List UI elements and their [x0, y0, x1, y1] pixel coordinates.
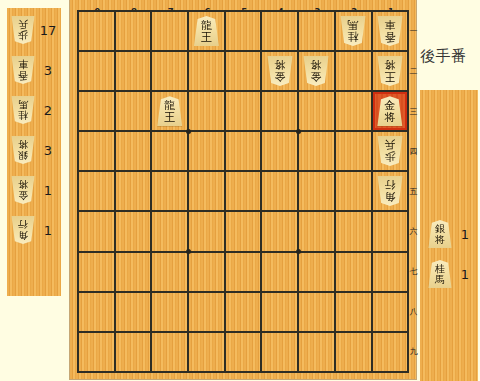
board-cell-1-4[interactable]: 歩兵 [373, 132, 408, 170]
piece-kanji: 将 [435, 235, 445, 246]
hand-count: 1 [452, 267, 478, 282]
board-cell-3-8[interactable] [299, 293, 334, 331]
piece-kanji: 角 [384, 191, 395, 203]
gote-hand-pawn: 歩兵17 [7, 10, 61, 50]
file-labels: 987654321 [79, 0, 409, 10]
piece-kanji: 馬 [18, 99, 28, 110]
board-cell-9-4[interactable] [79, 132, 114, 170]
piece-kanji: 将 [18, 179, 28, 190]
board-cell-4-2[interactable]: 金将 [262, 52, 297, 90]
board-cell-5-2[interactable] [226, 52, 261, 90]
piece-kanji: 桂 [348, 31, 359, 43]
board-cell-7-7[interactable] [152, 253, 187, 291]
rank-label: 六 [410, 213, 417, 251]
sente-hand-silver: 銀将1 [420, 214, 478, 254]
shogi-piece-gote-pawn[interactable]: 歩兵 [11, 16, 35, 44]
rank-label: 八 [410, 293, 417, 331]
shogi-piece-gote-lance[interactable]: 香車 [11, 56, 35, 84]
piece-kanji: 王 [164, 112, 175, 124]
board-cell-8-2[interactable] [116, 52, 151, 90]
board-cell-6-8[interactable] [189, 293, 224, 331]
piece-kanji: 歩 [384, 151, 395, 163]
board-cell-4-4[interactable] [262, 132, 297, 170]
piece-kanji: 龍 [201, 20, 212, 32]
board-cell-3-5[interactable] [299, 172, 334, 210]
board-cell-2-1[interactable]: 桂馬 [336, 12, 371, 50]
board-cell-2-2[interactable] [336, 52, 371, 90]
shogi-piece-gote-lance[interactable]: 香車 [377, 16, 403, 46]
rank-label: 一 [410, 12, 417, 50]
piece-kanji: 馬 [435, 275, 445, 286]
board-cell-1-9[interactable] [373, 333, 408, 371]
board-cell-7-3[interactable]: 龍王 [152, 92, 187, 130]
board-cell-7-6[interactable] [152, 212, 187, 250]
rank-label: 五 [410, 172, 417, 210]
board-cell-9-6[interactable] [79, 212, 114, 250]
board-cell-4-7[interactable] [262, 253, 297, 291]
shogi-piece-gote-gold[interactable]: 金将 [267, 56, 293, 86]
board-cell-2-5[interactable] [336, 172, 371, 210]
piece-kanji: 銀 [435, 224, 445, 235]
board-cell-4-1[interactable] [262, 12, 297, 50]
board-cell-6-9[interactable] [189, 333, 224, 371]
gote-hand-knight: 桂馬2 [7, 90, 61, 130]
board-cell-8-6[interactable] [116, 212, 151, 250]
board-cell-3-7[interactable] [299, 253, 334, 291]
piece-kanji: 馬 [348, 19, 359, 31]
rank-label: 二 [410, 52, 417, 90]
board-cell-6-4[interactable] [189, 132, 224, 170]
hoshi-dot [296, 129, 301, 134]
board-cell-5-8[interactable] [226, 293, 261, 331]
board-cell-3-6[interactable] [299, 212, 334, 250]
board-cell-5-6[interactable] [226, 212, 261, 250]
shogi-piece-sente-promoted-rook[interactable]: 龍王 [157, 96, 183, 126]
board-cell-9-1[interactable] [79, 12, 114, 50]
piece-kanji: 角 [18, 230, 28, 241]
gote-captured-tray: 歩兵17香車3桂馬2銀将3金将1角行1 [7, 8, 61, 296]
piece-kanji: 車 [384, 19, 395, 31]
board-cell-9-2[interactable] [79, 52, 114, 90]
board-cell-2-3[interactable] [336, 92, 371, 130]
board-cell-9-7[interactable] [79, 253, 114, 291]
board-cell-5-1[interactable] [226, 12, 261, 50]
shogi-piece-gote-king[interactable]: 王将 [377, 56, 403, 86]
piece-kanji: 桂 [435, 264, 445, 275]
shogi-piece-sente-silver[interactable]: 銀将 [428, 220, 452, 248]
board-cell-9-5[interactable] [79, 172, 114, 210]
gote-hand-gold: 金将1 [7, 170, 61, 210]
shogi-piece-gote-pawn[interactable]: 歩兵 [377, 136, 403, 166]
piece-kanji: 金 [18, 190, 28, 201]
board-cell-7-2[interactable] [152, 52, 187, 90]
shogi-piece-gote-gold[interactable]: 金将 [303, 56, 329, 86]
board-cell-1-2[interactable]: 王将 [373, 52, 408, 90]
board-cell-1-7[interactable] [373, 253, 408, 291]
shogi-board-frame: 987654321 龍王桂馬香車金将金将王将龍王金将歩兵角行 一二三四五六七八九 [70, 0, 416, 379]
sente-hand-knight: 桂馬1 [420, 254, 478, 294]
board-cell-2-9[interactable] [336, 333, 371, 371]
piece-kanji: 車 [18, 59, 28, 70]
shogi-piece-sente-promoted-rook[interactable]: 龍王 [193, 16, 219, 46]
board-cell-8-9[interactable] [116, 333, 151, 371]
board-cell-4-9[interactable] [262, 333, 297, 371]
board-cell-5-4[interactable] [226, 132, 261, 170]
board-cell-2-7[interactable] [336, 253, 371, 291]
board-cell-8-5[interactable] [116, 172, 151, 210]
board-cell-4-5[interactable] [262, 172, 297, 210]
board-cell-6-3[interactable] [189, 92, 224, 130]
board-cell-3-2[interactable]: 金将 [299, 52, 334, 90]
turn-indicator: 後手番 [420, 47, 480, 66]
board-cell-5-9[interactable] [226, 333, 261, 371]
board-cell-8-4[interactable] [116, 132, 151, 170]
board-cell-8-8[interactable] [116, 293, 151, 331]
board-cell-1-8[interactable] [373, 293, 408, 331]
rank-label: 四 [410, 132, 417, 170]
board-cell-4-3[interactable] [262, 92, 297, 130]
hand-count: 2 [35, 103, 61, 118]
piece-kanji: 香 [18, 70, 28, 81]
board-cell-9-8[interactable] [79, 293, 114, 331]
board-cell-1-5[interactable]: 角行 [373, 172, 408, 210]
board-cell-1-3[interactable]: 金将 [373, 92, 408, 130]
piece-kanji: 兵 [384, 139, 395, 151]
piece-kanji: 行 [384, 179, 395, 191]
board-cell-7-1[interactable] [152, 12, 187, 50]
rank-label: 七 [410, 253, 417, 291]
gote-hand-bishop: 角行1 [7, 210, 61, 250]
board-cell-6-1[interactable]: 龍王 [189, 12, 224, 50]
shogi-piece-gote-knight[interactable]: 桂馬 [11, 96, 35, 124]
shogi-piece-gote-gold[interactable]: 金将 [11, 176, 35, 204]
sente-captured-tray: 銀将1桂馬1 [420, 90, 478, 381]
board-cell-8-1[interactable] [116, 12, 151, 50]
piece-kanji: 金 [274, 71, 285, 83]
gote-hand-lance: 香車3 [7, 50, 61, 90]
board-cell-1-6[interactable] [373, 212, 408, 250]
piece-kanji: 将 [274, 59, 285, 71]
piece-kanji: 金 [384, 100, 395, 112]
piece-kanji: 将 [18, 139, 28, 150]
board-cell-7-5[interactable] [152, 172, 187, 210]
board-cell-3-9[interactable] [299, 333, 334, 371]
board-cell-9-9[interactable] [79, 333, 114, 371]
piece-kanji: 将 [384, 59, 395, 71]
board-cell-6-2[interactable] [189, 52, 224, 90]
board-cell-3-4[interactable] [299, 132, 334, 170]
piece-kanji: 桂 [18, 110, 28, 121]
piece-kanji: 歩 [18, 30, 28, 41]
shogi-piece-gote-bishop[interactable]: 角行 [11, 216, 35, 244]
board-cell-3-1[interactable] [299, 12, 334, 50]
hand-count: 1 [35, 223, 61, 238]
board-cell-5-7[interactable] [226, 253, 261, 291]
piece-kanji: 将 [311, 59, 322, 71]
shogi-piece-sente-knight[interactable]: 桂馬 [428, 260, 452, 288]
hand-count: 1 [452, 227, 478, 242]
piece-kanji: 香 [384, 31, 395, 43]
piece-kanji: 兵 [18, 19, 28, 30]
board-cell-7-8[interactable] [152, 293, 187, 331]
board-cell-2-6[interactable] [336, 212, 371, 250]
piece-kanji: 王 [201, 32, 212, 44]
rank-label: 九 [410, 333, 417, 371]
board-cell-5-5[interactable] [226, 172, 261, 210]
shogi-piece-sente-gold[interactable]: 金将 [377, 96, 403, 126]
board-cell-8-7[interactable] [116, 253, 151, 291]
hoshi-dot [186, 249, 191, 254]
board-cell-4-8[interactable] [262, 293, 297, 331]
board-cell-1-1[interactable]: 香車 [373, 12, 408, 50]
board-cell-5-3[interactable] [226, 92, 261, 130]
hand-count: 3 [35, 63, 61, 78]
board-cell-8-3[interactable] [116, 92, 151, 130]
board-cell-7-9[interactable] [152, 333, 187, 371]
piece-kanji: 将 [384, 112, 395, 124]
piece-kanji: 行 [18, 219, 28, 230]
hand-count: 1 [35, 183, 61, 198]
piece-kanji: 龍 [164, 100, 175, 112]
shogi-piece-gote-silver[interactable]: 銀将 [11, 136, 35, 164]
shogi-piece-gote-knight[interactable]: 桂馬 [340, 16, 366, 46]
shogi-board: 龍王桂馬香車金将金将王将龍王金将歩兵角行 [77, 10, 409, 373]
hand-count: 3 [35, 143, 61, 158]
rank-label: 三 [410, 92, 417, 130]
board-cell-2-8[interactable] [336, 293, 371, 331]
board-cell-6-7[interactable] [189, 253, 224, 291]
piece-kanji: 銀 [18, 150, 28, 161]
shogi-piece-gote-bishop[interactable]: 角行 [377, 176, 403, 206]
board-cell-6-5[interactable] [189, 172, 224, 210]
board-cell-7-4[interactable] [152, 132, 187, 170]
hoshi-dot [186, 129, 191, 134]
board-cell-3-3[interactable] [299, 92, 334, 130]
piece-kanji: 金 [311, 71, 322, 83]
board-cell-2-4[interactable] [336, 132, 371, 170]
piece-kanji: 王 [384, 71, 395, 83]
hoshi-dot [296, 249, 301, 254]
board-cell-6-6[interactable] [189, 212, 224, 250]
hand-count: 17 [35, 23, 61, 38]
board-cell-4-6[interactable] [262, 212, 297, 250]
board-cell-9-3[interactable] [79, 92, 114, 130]
gote-hand-silver: 銀将3 [7, 130, 61, 170]
